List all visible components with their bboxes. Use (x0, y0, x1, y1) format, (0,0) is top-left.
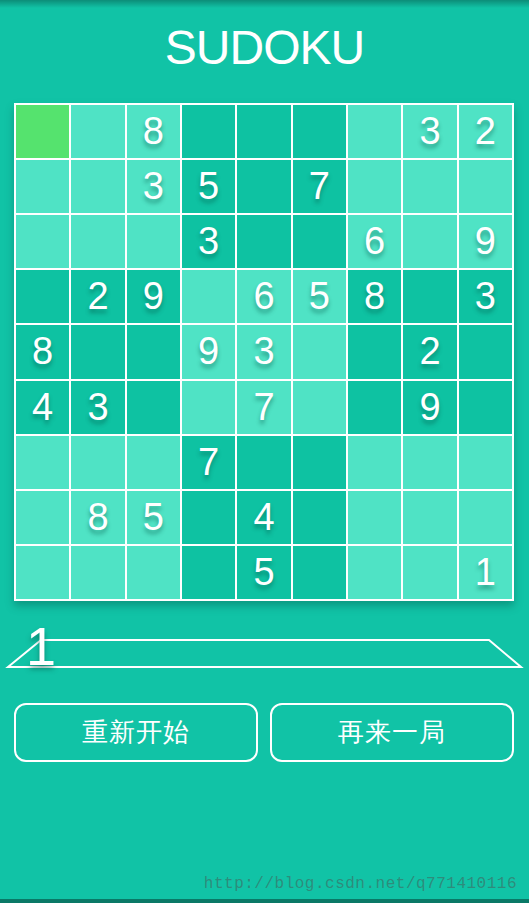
cell-r4c7[interactable]: 8 (348, 270, 401, 323)
cell-r4c3[interactable]: 9 (127, 270, 180, 323)
cell-r1c2[interactable] (71, 105, 124, 158)
cell-r9c8[interactable] (403, 546, 456, 599)
cell-r6c6[interactable] (293, 381, 346, 434)
cell-r5c6[interactable] (293, 325, 346, 378)
cell-r7c5[interactable] (237, 436, 290, 489)
cell-r8c1[interactable] (16, 491, 69, 544)
level-slider[interactable]: 1 (0, 620, 529, 672)
cell-r5c8[interactable]: 2 (403, 325, 456, 378)
cell-r5c3[interactable] (127, 325, 180, 378)
cell-r8c2[interactable]: 8 (71, 491, 124, 544)
cell-r5c7[interactable] (348, 325, 401, 378)
cell-r1c3[interactable]: 8 (127, 105, 180, 158)
cell-r9c6[interactable] (293, 546, 346, 599)
cell-r5c5[interactable]: 3 (237, 325, 290, 378)
watermark-text: http://blog.csdn.net/q771410116 (204, 875, 517, 893)
app-title: SUDOKU (0, 20, 529, 76)
cell-r3c3[interactable] (127, 215, 180, 268)
cell-r6c1[interactable]: 4 (16, 381, 69, 434)
cell-r4c8[interactable] (403, 270, 456, 323)
cell-r1c4[interactable] (182, 105, 235, 158)
cell-r9c4[interactable] (182, 546, 235, 599)
sudoku-board: 83235736929658389324379785451 (14, 103, 514, 601)
cell-r8c8[interactable] (403, 491, 456, 544)
cell-r6c2[interactable]: 3 (71, 381, 124, 434)
cell-r9c2[interactable] (71, 546, 124, 599)
slider-value: 1 (26, 620, 56, 672)
cell-r6c3[interactable] (127, 381, 180, 434)
cell-r5c2[interactable] (71, 325, 124, 378)
cell-r6c4[interactable] (182, 381, 235, 434)
cell-r4c5[interactable]: 6 (237, 270, 290, 323)
cell-r4c1[interactable] (16, 270, 69, 323)
status-bar-shadow (0, 0, 529, 8)
cell-r9c1[interactable] (16, 546, 69, 599)
cell-r8c9[interactable] (459, 491, 512, 544)
cell-r5c9[interactable] (459, 325, 512, 378)
cell-r6c5[interactable]: 7 (237, 381, 290, 434)
cell-r1c6[interactable] (293, 105, 346, 158)
cell-r3c4[interactable]: 3 (182, 215, 235, 268)
cell-r7c2[interactable] (71, 436, 124, 489)
cell-r2c4[interactable]: 5 (182, 160, 235, 213)
cell-r9c9[interactable]: 1 (459, 546, 512, 599)
cell-r3c5[interactable] (237, 215, 290, 268)
cell-r8c6[interactable] (293, 491, 346, 544)
cell-r8c3[interactable]: 5 (127, 491, 180, 544)
cell-r9c5[interactable]: 5 (237, 546, 290, 599)
cell-r6c8[interactable]: 9 (403, 381, 456, 434)
cell-r2c5[interactable] (237, 160, 290, 213)
cell-r1c1[interactable] (16, 105, 69, 158)
slider-track-icon (0, 620, 529, 672)
cell-r7c8[interactable] (403, 436, 456, 489)
cell-r7c6[interactable] (293, 436, 346, 489)
cell-r2c9[interactable] (459, 160, 512, 213)
cell-r2c8[interactable] (403, 160, 456, 213)
cell-r5c1[interactable]: 8 (16, 325, 69, 378)
cell-r7c3[interactable] (127, 436, 180, 489)
cell-r3c9[interactable]: 9 (459, 215, 512, 268)
cell-r4c6[interactable]: 5 (293, 270, 346, 323)
cell-r3c7[interactable]: 6 (348, 215, 401, 268)
cell-r5c4[interactable]: 9 (182, 325, 235, 378)
cell-r4c9[interactable]: 3 (459, 270, 512, 323)
cell-r2c3[interactable]: 3 (127, 160, 180, 213)
cell-r6c9[interactable] (459, 381, 512, 434)
cell-r8c4[interactable] (182, 491, 235, 544)
cell-r1c5[interactable] (237, 105, 290, 158)
sudoku-app: SUDOKU 83235736929658389324379785451 1 重… (0, 0, 529, 903)
cell-r1c7[interactable] (348, 105, 401, 158)
cell-r6c7[interactable] (348, 381, 401, 434)
cell-r3c1[interactable] (16, 215, 69, 268)
cell-r2c7[interactable] (348, 160, 401, 213)
cell-r7c4[interactable]: 7 (182, 436, 235, 489)
cell-r4c2[interactable]: 2 (71, 270, 124, 323)
cell-r2c6[interactable]: 7 (293, 160, 346, 213)
cell-r2c2[interactable] (71, 160, 124, 213)
cell-r7c1[interactable] (16, 436, 69, 489)
new-game-button[interactable]: 再来一局 (270, 703, 514, 762)
cell-r2c1[interactable] (16, 160, 69, 213)
cell-r9c7[interactable] (348, 546, 401, 599)
cell-r3c8[interactable] (403, 215, 456, 268)
cell-r7c7[interactable] (348, 436, 401, 489)
bottom-edge-shadow (0, 899, 529, 903)
restart-button[interactable]: 重新开始 (14, 703, 258, 762)
cell-r4c4[interactable] (182, 270, 235, 323)
cell-r8c7[interactable] (348, 491, 401, 544)
cell-r1c8[interactable]: 3 (403, 105, 456, 158)
cell-r1c9[interactable]: 2 (459, 105, 512, 158)
cell-r7c9[interactable] (459, 436, 512, 489)
button-row: 重新开始 再来一局 (14, 703, 514, 762)
cell-r9c3[interactable] (127, 546, 180, 599)
cell-r8c5[interactable]: 4 (237, 491, 290, 544)
cell-r3c6[interactable] (293, 215, 346, 268)
cell-r3c2[interactable] (71, 215, 124, 268)
